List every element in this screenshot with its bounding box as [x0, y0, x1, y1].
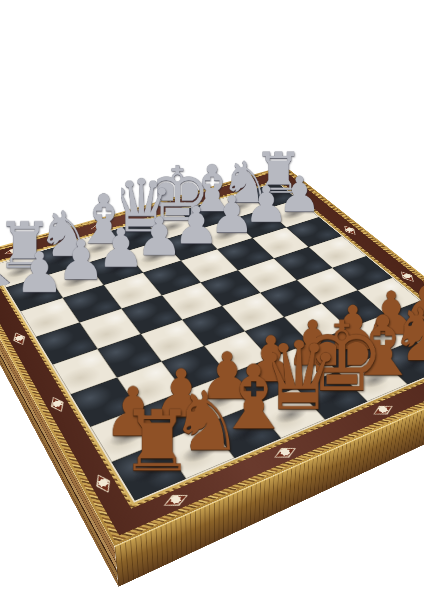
inlay-diamond — [270, 443, 299, 462]
mother-of-pearl-star-icon — [15, 335, 24, 341]
inlay-diamond — [10, 331, 29, 347]
mother-of-pearl-star-icon — [98, 479, 109, 487]
mother-of-pearl-star-icon — [52, 400, 61, 407]
inlay-diamond — [47, 395, 69, 415]
mother-of-pearl-star-icon — [170, 495, 181, 504]
piece-copper-rook-a1[interactable]: ♜ — [129, 400, 186, 484]
chess-set-photo: ♟ ♜♞♝♛♚♝♞♜♟♟♟♟♟♟♟♟♟♟♟♟♟♟♟♟♜♞♝♛♚♝♞♜ — [0, 0, 424, 600]
inlay-diamond — [91, 472, 115, 496]
mother-of-pearl-star-icon — [279, 448, 290, 456]
mother-of-pearl-star-icon — [378, 406, 388, 413]
inlay-diamond — [160, 490, 191, 511]
scene: ♟ ♜♞♝♛♚♝♞♜♟♟♟♟♟♟♟♟♟♟♟♟♟♟♟♟♜♞♝♛♚♝♞♜ — [0, 0, 424, 600]
chess-board: ♟ ♜♞♝♛♚♝♞♜♟♟♟♟♟♟♟♟♟♟♟♟♟♟♟♟♜♞♝♛♚♝♞♜ — [0, 166, 424, 546]
